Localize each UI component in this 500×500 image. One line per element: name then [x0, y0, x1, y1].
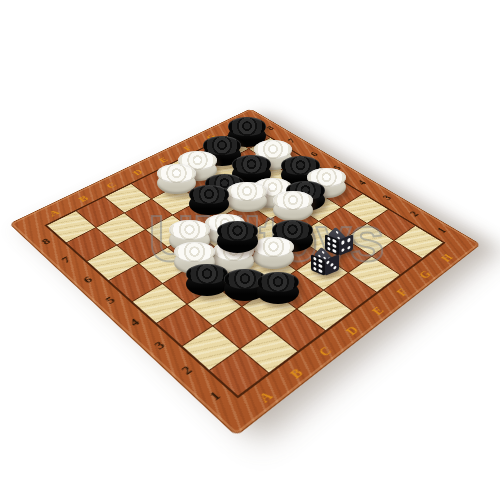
checker-piece-black[interactable]: [189, 185, 229, 216]
die-pip: [341, 247, 344, 251]
checker-piece-black[interactable]: [217, 221, 258, 253]
piece-top-face: [227, 182, 267, 201]
die-pip: [327, 237, 330, 241]
checker-piece-white[interactable]: [273, 191, 313, 222]
die-pip: [333, 266, 336, 270]
piece-top-face: [186, 264, 228, 284]
die-pip: [347, 245, 350, 249]
piece-top-face: [257, 272, 299, 292]
die-2[interactable]: [311, 248, 338, 278]
piece-top-face: [174, 242, 215, 262]
die-pip: [327, 242, 330, 246]
piece-top-face: [189, 185, 229, 204]
piece-top-face: [228, 117, 266, 136]
piece-top-face: [253, 237, 294, 257]
die-pip: [313, 266, 316, 270]
product-photo-stage: AABBCCDDEEFFGGHH1122334455667788 UMItoys: [0, 0, 500, 500]
die-pip: [313, 257, 316, 261]
die-pip: [326, 260, 329, 264]
die-pip: [341, 240, 344, 244]
piece-top-face: [217, 221, 258, 241]
piece-top-face: [157, 164, 196, 183]
die-pip: [335, 230, 339, 234]
piece-top-face: [169, 220, 210, 240]
die-pip: [313, 262, 316, 266]
die-pip: [330, 263, 333, 267]
checker-piece-white[interactable]: [253, 237, 294, 269]
die-pip: [319, 269, 322, 273]
die-pip: [333, 239, 336, 243]
checker-piece-black[interactable]: [257, 272, 299, 305]
die-pip: [321, 251, 325, 255]
die-pip: [319, 264, 322, 268]
piece-top-face: [273, 191, 313, 210]
die-pip: [347, 238, 350, 242]
checker-piece-black[interactable]: [186, 264, 228, 297]
piece-top-face: [232, 155, 271, 174]
die-pip: [319, 259, 322, 263]
checker-piece-white[interactable]: [227, 182, 267, 213]
